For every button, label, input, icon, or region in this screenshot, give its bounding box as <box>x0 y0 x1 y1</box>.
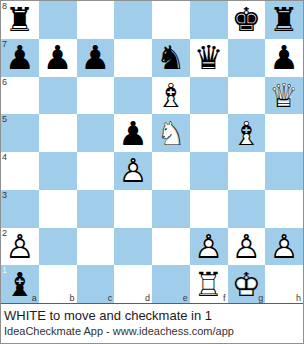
square-a5[interactable]: 5 <box>1 114 39 152</box>
square-d8[interactable] <box>114 1 152 39</box>
file-label-d: d <box>145 294 150 303</box>
puzzle-card: 8♜♚♜7♟♟♟♞♛♟6♝♗♛♕5♟♞♘♝♗4♟♙32♟♙♟♙♟♙♟♙1a♝bc… <box>0 0 304 344</box>
white-rook-glyph: ♖ <box>192 268 225 301</box>
square-c5[interactable] <box>77 114 115 152</box>
rank-label-6: 6 <box>2 78 7 87</box>
square-f8[interactable] <box>190 1 228 39</box>
black-pawn-glyph: ♟ <box>117 117 150 150</box>
file-label-b: b <box>69 294 74 303</box>
chess-board: 8♜♚♜7♟♟♟♞♛♟6♝♗♛♕5♟♞♘♝♗4♟♙32♟♙♟♙♟♙♟♙1a♝bc… <box>1 1 303 304</box>
square-b8[interactable] <box>39 1 77 39</box>
white-king-glyph: ♔ <box>230 268 263 301</box>
square-b5[interactable] <box>39 114 77 152</box>
square-a3[interactable]: 3 <box>1 190 39 228</box>
square-d4[interactable]: ♟♙ <box>114 152 152 190</box>
square-c6[interactable] <box>77 77 115 115</box>
white-queen[interactable]: ♛♕ <box>268 79 301 112</box>
file-label-c: c <box>108 294 113 303</box>
square-c8[interactable] <box>77 1 115 39</box>
square-e4[interactable] <box>152 152 190 190</box>
black-pawn-glyph: ♟ <box>3 41 36 74</box>
square-e8[interactable] <box>152 1 190 39</box>
black-rook-glyph: ♜ <box>3 3 36 36</box>
black-queen[interactable]: ♛ <box>192 41 225 74</box>
square-e2[interactable] <box>152 228 190 266</box>
square-a6[interactable]: 6 <box>1 77 39 115</box>
square-a4[interactable]: 4 <box>1 152 39 190</box>
square-d3[interactable] <box>114 190 152 228</box>
black-pawn[interactable]: ♟ <box>3 41 36 74</box>
white-pawn-glyph: ♙ <box>3 230 36 263</box>
black-king-glyph: ♚ <box>230 3 263 36</box>
black-knight-glyph: ♞ <box>154 41 187 74</box>
black-pawn[interactable]: ♟ <box>268 41 301 74</box>
square-h5[interactable] <box>265 114 303 152</box>
square-c1[interactable]: c <box>77 265 115 303</box>
app-credit: IdeaCheckmate App - www.ideachess.com/ap… <box>4 324 299 338</box>
square-a1[interactable]: 1a♝ <box>1 265 39 303</box>
square-h2[interactable]: ♟♙ <box>265 228 303 266</box>
square-b6[interactable] <box>39 77 77 115</box>
square-b1[interactable]: b <box>39 265 77 303</box>
black-pawn-glyph: ♟ <box>268 41 301 74</box>
black-pawn[interactable]: ♟ <box>41 41 74 74</box>
black-queen-glyph: ♛ <box>192 41 225 74</box>
white-bishop-glyph: ♗ <box>154 79 187 112</box>
white-king[interactable]: ♚♔ <box>230 268 263 301</box>
square-c2[interactable] <box>77 228 115 266</box>
black-rook-glyph: ♜ <box>268 3 301 36</box>
white-knight[interactable]: ♞♘ <box>154 117 187 150</box>
white-pawn-glyph: ♙ <box>192 230 225 263</box>
puzzle-instruction: WHITE to move and checkmate in 1 <box>4 307 299 324</box>
square-h3[interactable] <box>265 190 303 228</box>
square-f2[interactable]: ♟♙ <box>190 228 228 266</box>
file-label-e: e <box>183 294 188 303</box>
square-g6[interactable] <box>228 77 266 115</box>
square-a7[interactable]: 7♟ <box>1 39 39 77</box>
black-pawn[interactable]: ♟ <box>117 117 150 150</box>
black-king[interactable]: ♚ <box>230 3 263 36</box>
square-d6[interactable] <box>114 77 152 115</box>
square-f4[interactable] <box>190 152 228 190</box>
black-rook[interactable]: ♜ <box>268 3 301 36</box>
square-e3[interactable] <box>152 190 190 228</box>
square-c7[interactable]: ♟ <box>77 39 115 77</box>
square-f5[interactable] <box>190 114 228 152</box>
black-pawn-glyph: ♟ <box>41 41 74 74</box>
white-bishop[interactable]: ♝♗ <box>154 79 187 112</box>
white-queen-glyph: ♕ <box>268 79 301 112</box>
rank-label-4: 4 <box>2 153 7 162</box>
white-pawn-glyph: ♙ <box>117 154 150 187</box>
white-pawn[interactable]: ♟♙ <box>3 230 36 263</box>
white-bishop-glyph: ♗ <box>230 117 263 150</box>
white-pawn-glyph: ♙ <box>230 230 263 263</box>
black-bishop-glyph: ♝ <box>3 268 36 301</box>
black-rook[interactable]: ♜ <box>3 3 36 36</box>
square-h4[interactable] <box>265 152 303 190</box>
white-pawn-glyph: ♙ <box>268 230 301 263</box>
square-h1[interactable]: h <box>265 265 303 303</box>
square-g3[interactable] <box>228 190 266 228</box>
square-g4[interactable] <box>228 152 266 190</box>
square-c3[interactable] <box>77 190 115 228</box>
square-d7[interactable] <box>114 39 152 77</box>
square-b2[interactable] <box>39 228 77 266</box>
square-f1[interactable]: f♜♖ <box>190 265 228 303</box>
square-f6[interactable] <box>190 77 228 115</box>
square-a2[interactable]: 2♟♙ <box>1 228 39 266</box>
square-e7[interactable]: ♞ <box>152 39 190 77</box>
square-g1[interactable]: g♚♔ <box>228 265 266 303</box>
white-pawn[interactable]: ♟♙ <box>192 230 225 263</box>
square-d5[interactable]: ♟ <box>114 114 152 152</box>
black-knight[interactable]: ♞ <box>154 41 187 74</box>
square-h6[interactable]: ♛♕ <box>265 77 303 115</box>
caption-area: WHITE to move and checkmate in 1 IdeaChe… <box>1 304 303 343</box>
rank-label-3: 3 <box>2 191 7 200</box>
square-a8[interactable]: 8♜ <box>1 1 39 39</box>
square-f3[interactable] <box>190 190 228 228</box>
square-g8[interactable]: ♚ <box>228 1 266 39</box>
white-rook[interactable]: ♜♖ <box>192 268 225 301</box>
square-e6[interactable]: ♝♗ <box>152 77 190 115</box>
square-e1[interactable]: e <box>152 265 190 303</box>
file-label-h: h <box>296 294 301 303</box>
black-pawn[interactable]: ♟ <box>79 41 112 74</box>
square-d2[interactable] <box>114 228 152 266</box>
white-pawn[interactable]: ♟♙ <box>230 230 263 263</box>
square-b4[interactable] <box>39 152 77 190</box>
square-d1[interactable]: d <box>114 265 152 303</box>
white-pawn[interactable]: ♟♙ <box>268 230 301 263</box>
square-b7[interactable]: ♟ <box>39 39 77 77</box>
square-g5[interactable]: ♝♗ <box>228 114 266 152</box>
square-g7[interactable] <box>228 39 266 77</box>
square-b3[interactable] <box>39 190 77 228</box>
square-h7[interactable]: ♟ <box>265 39 303 77</box>
white-pawn[interactable]: ♟♙ <box>117 154 150 187</box>
square-c4[interactable] <box>77 152 115 190</box>
white-knight-glyph: ♘ <box>154 117 187 150</box>
square-g2[interactable]: ♟♙ <box>228 228 266 266</box>
white-bishop[interactable]: ♝♗ <box>230 117 263 150</box>
black-pawn-glyph: ♟ <box>79 41 112 74</box>
black-bishop[interactable]: ♝ <box>3 268 36 301</box>
rank-label-5: 5 <box>2 115 7 124</box>
square-h8[interactable]: ♜ <box>265 1 303 39</box>
square-f7[interactable]: ♛ <box>190 39 228 77</box>
square-e5[interactable]: ♞♘ <box>152 114 190 152</box>
